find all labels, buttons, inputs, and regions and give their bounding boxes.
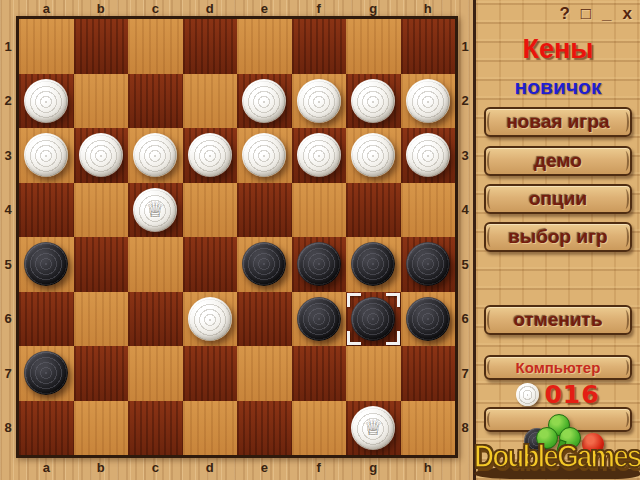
square-a6[interactable]: [19, 292, 74, 347]
rank-label-8: 8: [0, 401, 16, 456]
white-man[interactable]: [406, 133, 450, 177]
black-man[interactable]: [24, 351, 68, 395]
square-b5[interactable]: [74, 237, 129, 292]
square-g3[interactable]: [346, 128, 401, 183]
square-h8[interactable]: [401, 401, 456, 456]
square-h3[interactable]: [401, 128, 456, 183]
square-a3[interactable]: [19, 128, 74, 183]
black-man[interactable]: [406, 297, 450, 341]
square-h4[interactable]: [401, 183, 456, 238]
computer-score-value: 016: [544, 380, 599, 409]
square-e7[interactable]: [237, 346, 292, 401]
square-h5[interactable]: [401, 237, 456, 292]
rank-label-7: 7: [456, 346, 474, 401]
demo-button[interactable]: демо: [484, 146, 632, 176]
cancel-move-button[interactable]: отменить: [484, 305, 632, 335]
black-man[interactable]: [297, 242, 341, 286]
square-e8[interactable]: [237, 401, 292, 456]
rank-label-6: 6: [456, 292, 474, 347]
doublegames-logo: DoubleGames: [474, 412, 640, 480]
square-d6[interactable]: [183, 292, 238, 347]
rank-label-4: 4: [0, 183, 16, 238]
file-label-c: c: [128, 459, 183, 477]
window-controls: ? □ _ x: [559, 5, 632, 23]
sidebar: ? □ _ x Кены новичок новая игра демо опц…: [476, 0, 640, 480]
square-c7[interactable]: [128, 346, 183, 401]
rank-label-1: 1: [0, 19, 16, 74]
square-d7[interactable]: [183, 346, 238, 401]
file-label-e: e: [237, 1, 292, 16]
file-label-c: c: [128, 1, 183, 16]
file-labels-bottom: abcdefgh: [19, 459, 455, 477]
square-d4[interactable]: [183, 183, 238, 238]
file-label-f: f: [292, 459, 347, 477]
rank-label-2: 2: [456, 74, 474, 129]
computer-score-row: 016: [476, 380, 640, 408]
square-c2[interactable]: [128, 74, 183, 129]
white-king[interactable]: ♕: [351, 406, 395, 450]
computer-label-plank: Компьютер: [484, 355, 632, 380]
black-man[interactable]: [24, 242, 68, 286]
square-d8[interactable]: [183, 401, 238, 456]
rank-label-1: 1: [456, 19, 474, 74]
minimize-icon[interactable]: _: [602, 5, 611, 23]
square-c8[interactable]: [128, 401, 183, 456]
file-label-h: h: [401, 459, 456, 477]
rank-label-2: 2: [0, 74, 16, 129]
square-c5[interactable]: [128, 237, 183, 292]
white-man[interactable]: [297, 79, 341, 123]
square-e4[interactable]: [237, 183, 292, 238]
square-d2[interactable]: [183, 74, 238, 129]
file-label-b: b: [74, 1, 129, 16]
square-a4[interactable]: [19, 183, 74, 238]
game-window: abcdefgh abcdefgh 12345678 12345678 ♕♕ ?…: [0, 0, 640, 480]
rank-label-7: 7: [0, 346, 16, 401]
black-man[interactable]: [351, 297, 395, 341]
white-man[interactable]: [188, 133, 232, 177]
file-label-d: d: [183, 1, 238, 16]
square-g1[interactable]: [346, 19, 401, 74]
square-b4[interactable]: [74, 183, 129, 238]
square-e5[interactable]: [237, 237, 292, 292]
rank-label-5: 5: [456, 237, 474, 292]
square-b7[interactable]: [74, 346, 129, 401]
black-man[interactable]: [351, 242, 395, 286]
white-man[interactable]: [188, 297, 232, 341]
rank-labels-right: 12345678: [456, 19, 474, 455]
square-b2[interactable]: [74, 74, 129, 129]
square-e1[interactable]: [237, 19, 292, 74]
square-d3[interactable]: [183, 128, 238, 183]
file-labels-top: abcdefgh: [19, 1, 455, 16]
board-frame: abcdefgh abcdefgh 12345678 12345678 ♕♕: [0, 0, 476, 480]
rank-label-3: 3: [456, 128, 474, 183]
square-f8[interactable]: [292, 401, 347, 456]
file-label-b: b: [74, 459, 129, 477]
file-label-g: g: [346, 1, 401, 16]
square-c1[interactable]: [128, 19, 183, 74]
file-label-h: h: [401, 1, 456, 16]
king-crown-icon: ♕: [351, 406, 395, 450]
square-g4[interactable]: [346, 183, 401, 238]
square-e3[interactable]: [237, 128, 292, 183]
square-g2[interactable]: [346, 74, 401, 129]
white-man[interactable]: [406, 79, 450, 123]
square-e2[interactable]: [237, 74, 292, 129]
white-man[interactable]: [351, 79, 395, 123]
white-man[interactable]: [242, 133, 286, 177]
square-g6[interactable]: [346, 292, 401, 347]
square-c6[interactable]: [128, 292, 183, 347]
black-man[interactable]: [406, 242, 450, 286]
logo-text: DoubleGames: [474, 439, 640, 476]
square-f5[interactable]: [292, 237, 347, 292]
game-title: Кены: [476, 34, 640, 65]
new-game-button[interactable]: новая игра: [484, 107, 632, 137]
square-a8[interactable]: [19, 401, 74, 456]
file-label-a: a: [19, 1, 74, 16]
close-icon[interactable]: x: [623, 5, 632, 23]
square-h2[interactable]: [401, 74, 456, 129]
square-g8[interactable]: ♕: [346, 401, 401, 456]
square-f6[interactable]: [292, 292, 347, 347]
white-man[interactable]: [24, 133, 68, 177]
rank-label-3: 3: [0, 128, 16, 183]
file-label-g: g: [346, 459, 401, 477]
square-g7[interactable]: [346, 346, 401, 401]
white-man[interactable]: [24, 79, 68, 123]
black-man[interactable]: [297, 297, 341, 341]
square-f3[interactable]: [292, 128, 347, 183]
white-man[interactable]: [351, 133, 395, 177]
white-checker-icon: [516, 383, 539, 406]
white-man[interactable]: [242, 79, 286, 123]
white-man[interactable]: [79, 133, 123, 177]
square-f1[interactable]: [292, 19, 347, 74]
file-label-a: a: [19, 459, 74, 477]
file-label-e: e: [237, 459, 292, 477]
square-b8[interactable]: [74, 401, 129, 456]
square-f2[interactable]: [292, 74, 347, 129]
square-b3[interactable]: [74, 128, 129, 183]
square-a2[interactable]: [19, 74, 74, 129]
square-d5[interactable]: [183, 237, 238, 292]
square-b6[interactable]: [74, 292, 129, 347]
black-man[interactable]: [242, 242, 286, 286]
square-f4[interactable]: [292, 183, 347, 238]
square-c4[interactable]: ♕: [128, 183, 183, 238]
difficulty-level-label: новичок: [476, 75, 640, 99]
square-g5[interactable]: [346, 237, 401, 292]
board-grid: ♕♕: [16, 16, 458, 458]
square-f7[interactable]: [292, 346, 347, 401]
white-man[interactable]: [133, 133, 177, 177]
help-icon[interactable]: ?: [559, 5, 569, 23]
square-b1[interactable]: [74, 19, 129, 74]
rank-label-6: 6: [0, 292, 16, 347]
white-man[interactable]: [297, 133, 341, 177]
game-select-button[interactable]: выбор игр: [484, 222, 632, 252]
maximize-icon[interactable]: □: [581, 5, 591, 23]
square-e6[interactable]: [237, 292, 292, 347]
options-button[interactable]: опции: [484, 184, 632, 214]
square-a7[interactable]: [19, 346, 74, 401]
white-king[interactable]: ♕: [133, 188, 177, 232]
square-a5[interactable]: [19, 237, 74, 292]
file-label-f: f: [292, 1, 347, 16]
rank-label-5: 5: [0, 237, 16, 292]
file-label-d: d: [183, 459, 238, 477]
square-c3[interactable]: [128, 128, 183, 183]
rank-label-8: 8: [456, 401, 474, 456]
square-h1[interactable]: [401, 19, 456, 74]
square-h6[interactable]: [401, 292, 456, 347]
square-d1[interactable]: [183, 19, 238, 74]
square-a1[interactable]: [19, 19, 74, 74]
rank-label-4: 4: [456, 183, 474, 238]
square-h7[interactable]: [401, 346, 456, 401]
rank-labels-left: 12345678: [0, 19, 16, 455]
king-crown-icon: ♕: [133, 188, 177, 232]
